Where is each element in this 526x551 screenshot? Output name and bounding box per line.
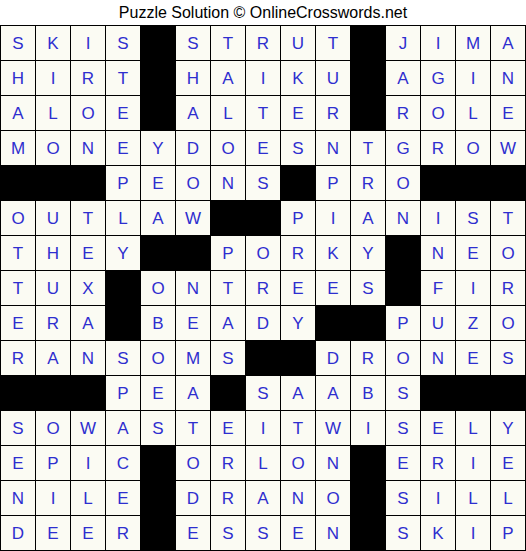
letter-cell: Y bbox=[281, 306, 315, 340]
black-cell bbox=[71, 166, 105, 200]
letter-cell: N bbox=[176, 271, 210, 305]
black-cell bbox=[491, 166, 525, 200]
black-cell bbox=[316, 306, 350, 340]
letter-cell: S bbox=[141, 411, 175, 445]
letter-cell: D bbox=[316, 341, 350, 375]
letter-cell: N bbox=[386, 201, 420, 235]
letter-cell: I bbox=[36, 61, 70, 95]
letter-cell: P bbox=[106, 166, 140, 200]
letter-cell: Y bbox=[106, 236, 140, 270]
letter-cell: E bbox=[386, 446, 420, 480]
black-cell bbox=[386, 236, 420, 270]
letter-cell: N bbox=[316, 131, 350, 165]
letter-cell: O bbox=[491, 306, 525, 340]
black-cell bbox=[246, 201, 280, 235]
letter-cell: W bbox=[316, 411, 350, 445]
letter-cell: N bbox=[281, 481, 315, 515]
letter-cell: E bbox=[176, 516, 210, 550]
letter-cell: E bbox=[491, 446, 525, 480]
letter-cell: R bbox=[351, 166, 385, 200]
black-cell bbox=[281, 166, 315, 200]
letter-cell: T bbox=[1, 236, 35, 270]
letter-cell: A bbox=[211, 61, 245, 95]
letter-cell: F bbox=[421, 271, 455, 305]
letter-cell: I bbox=[421, 481, 455, 515]
letter-cell: E bbox=[281, 271, 315, 305]
letter-cell: W bbox=[71, 411, 105, 445]
letter-cell: I bbox=[246, 61, 280, 95]
black-cell bbox=[71, 376, 105, 410]
letter-cell: L bbox=[211, 96, 245, 130]
letter-cell: D bbox=[176, 481, 210, 515]
letter-cell: P bbox=[316, 166, 350, 200]
letter-cell: S bbox=[1, 411, 35, 445]
letter-cell: A bbox=[211, 306, 245, 340]
letter-cell: E bbox=[106, 96, 140, 130]
letter-cell: S bbox=[246, 376, 280, 410]
letter-cell: L bbox=[246, 446, 280, 480]
letter-cell: A bbox=[281, 376, 315, 410]
letter-cell: T bbox=[1, 271, 35, 305]
letter-cell: R bbox=[491, 271, 525, 305]
letter-cell: R bbox=[211, 446, 245, 480]
letter-cell: H bbox=[36, 236, 70, 270]
crossword-grid: SKISSTRUTJIMAHIRTHAIKUAGINALOEALTERROLEM… bbox=[0, 25, 526, 551]
letter-cell: P bbox=[386, 306, 420, 340]
letter-cell: T bbox=[281, 411, 315, 445]
letter-cell: A bbox=[106, 411, 140, 445]
letter-cell: P bbox=[211, 236, 245, 270]
letter-cell: O bbox=[176, 166, 210, 200]
letter-cell: S bbox=[106, 26, 140, 60]
black-cell bbox=[351, 96, 385, 130]
letter-cell: K bbox=[36, 26, 70, 60]
letter-cell: U bbox=[281, 26, 315, 60]
letter-cell: K bbox=[281, 61, 315, 95]
letter-cell: L bbox=[456, 411, 490, 445]
black-cell bbox=[351, 516, 385, 550]
letter-cell: R bbox=[246, 271, 280, 305]
black-cell bbox=[1, 376, 35, 410]
letter-cell: A bbox=[386, 61, 420, 95]
letter-cell: O bbox=[36, 411, 70, 445]
letter-cell: I bbox=[456, 446, 490, 480]
letter-cell: B bbox=[351, 376, 385, 410]
letter-cell: R bbox=[421, 131, 455, 165]
letter-cell: E bbox=[456, 341, 490, 375]
letter-cell: O bbox=[491, 236, 525, 270]
letter-cell: U bbox=[316, 61, 350, 95]
letter-cell: N bbox=[421, 341, 455, 375]
letter-cell: I bbox=[456, 271, 490, 305]
black-cell bbox=[141, 61, 175, 95]
letter-cell: A bbox=[176, 376, 210, 410]
letter-cell: D bbox=[176, 131, 210, 165]
letter-cell: E bbox=[421, 411, 455, 445]
letter-cell: C bbox=[106, 446, 140, 480]
letter-cell: S bbox=[176, 26, 210, 60]
letter-cell: D bbox=[1, 516, 35, 550]
letter-cell: O bbox=[36, 131, 70, 165]
letter-cell: U bbox=[36, 201, 70, 235]
black-cell bbox=[141, 481, 175, 515]
letter-cell: T bbox=[246, 96, 280, 130]
letter-cell: A bbox=[1, 96, 35, 130]
letter-cell: R bbox=[71, 61, 105, 95]
letter-cell: S bbox=[386, 481, 420, 515]
letter-cell: L bbox=[106, 201, 140, 235]
letter-cell: O bbox=[421, 96, 455, 130]
letter-cell: I bbox=[351, 411, 385, 445]
letter-cell: I bbox=[71, 26, 105, 60]
letter-cell: N bbox=[316, 516, 350, 550]
letter-cell: E bbox=[71, 516, 105, 550]
letter-cell: Y bbox=[491, 411, 525, 445]
letter-cell: S bbox=[386, 516, 420, 550]
letter-cell: R bbox=[1, 341, 35, 375]
letter-cell: T bbox=[211, 26, 245, 60]
letter-cell: N bbox=[71, 341, 105, 375]
page-title: Puzzle Solution © OnlineCrosswords.net bbox=[0, 0, 526, 25]
letter-cell: E bbox=[71, 236, 105, 270]
letter-cell: E bbox=[176, 306, 210, 340]
letter-cell: I bbox=[421, 26, 455, 60]
letter-cell: N bbox=[1, 481, 35, 515]
letter-cell: I bbox=[421, 201, 455, 235]
black-cell bbox=[36, 166, 70, 200]
letter-cell: R bbox=[386, 96, 420, 130]
letter-cell: E bbox=[106, 481, 140, 515]
letter-cell: N bbox=[421, 236, 455, 270]
letter-cell: T bbox=[176, 411, 210, 445]
black-cell bbox=[351, 481, 385, 515]
letter-cell: O bbox=[456, 131, 490, 165]
black-cell bbox=[351, 446, 385, 480]
letter-cell: S bbox=[1, 26, 35, 60]
letter-cell: N bbox=[491, 61, 525, 95]
letter-cell: A bbox=[36, 341, 70, 375]
letter-cell: N bbox=[316, 446, 350, 480]
black-cell bbox=[421, 166, 455, 200]
letter-cell: R bbox=[351, 341, 385, 375]
black-cell bbox=[456, 166, 490, 200]
letter-cell: A bbox=[176, 96, 210, 130]
letter-cell: W bbox=[491, 131, 525, 165]
black-cell bbox=[281, 341, 315, 375]
letter-cell: O bbox=[141, 271, 175, 305]
letter-cell: I bbox=[71, 446, 105, 480]
black-cell bbox=[106, 271, 140, 305]
black-cell bbox=[456, 376, 490, 410]
letter-cell: P bbox=[36, 446, 70, 480]
letter-cell: O bbox=[316, 481, 350, 515]
letter-cell: E bbox=[106, 131, 140, 165]
letter-cell: B bbox=[141, 306, 175, 340]
letter-cell: S bbox=[211, 516, 245, 550]
letter-cell: Z bbox=[456, 306, 490, 340]
letter-cell: I bbox=[456, 61, 490, 95]
black-cell bbox=[141, 516, 175, 550]
letter-cell: A bbox=[316, 376, 350, 410]
black-cell bbox=[421, 376, 455, 410]
letter-cell: N bbox=[71, 131, 105, 165]
letter-cell: O bbox=[141, 341, 175, 375]
black-cell bbox=[141, 446, 175, 480]
letter-cell: T bbox=[316, 26, 350, 60]
letter-cell: I bbox=[456, 516, 490, 550]
letter-cell: M bbox=[1, 131, 35, 165]
letter-cell: R bbox=[421, 446, 455, 480]
letter-cell: R bbox=[246, 26, 280, 60]
black-cell bbox=[1, 166, 35, 200]
letter-cell: O bbox=[211, 131, 245, 165]
letter-cell: P bbox=[281, 201, 315, 235]
letter-cell: M bbox=[176, 341, 210, 375]
black-cell bbox=[106, 306, 140, 340]
letter-cell: L bbox=[491, 481, 525, 515]
letter-cell: L bbox=[36, 96, 70, 130]
letter-cell: O bbox=[71, 96, 105, 130]
letter-cell: O bbox=[386, 166, 420, 200]
letter-cell: E bbox=[211, 411, 245, 445]
letter-cell: O bbox=[386, 341, 420, 375]
letter-cell: T bbox=[106, 61, 140, 95]
black-cell bbox=[351, 306, 385, 340]
letter-cell: E bbox=[1, 306, 35, 340]
letter-cell: Y bbox=[141, 131, 175, 165]
letter-cell: S bbox=[386, 376, 420, 410]
letter-cell: H bbox=[176, 61, 210, 95]
letter-cell: A bbox=[491, 26, 525, 60]
letter-cell: I bbox=[246, 411, 280, 445]
letter-cell: I bbox=[36, 481, 70, 515]
letter-cell: G bbox=[386, 131, 420, 165]
letter-cell: T bbox=[71, 201, 105, 235]
letter-cell: U bbox=[36, 271, 70, 305]
black-cell bbox=[246, 341, 280, 375]
black-cell bbox=[351, 61, 385, 95]
letter-cell: S bbox=[211, 341, 245, 375]
letter-cell: S bbox=[351, 271, 385, 305]
letter-cell: E bbox=[141, 166, 175, 200]
letter-cell: R bbox=[281, 236, 315, 270]
letter-cell: M bbox=[456, 26, 490, 60]
letter-cell: A bbox=[351, 201, 385, 235]
letter-cell: E bbox=[456, 236, 490, 270]
letter-cell: S bbox=[106, 341, 140, 375]
letter-cell: U bbox=[421, 306, 455, 340]
crossword-page: Puzzle Solution © OnlineCrosswords.net S… bbox=[0, 0, 526, 551]
letter-cell: L bbox=[456, 481, 490, 515]
letter-cell: E bbox=[281, 516, 315, 550]
letter-cell: S bbox=[246, 166, 280, 200]
letter-cell: E bbox=[246, 131, 280, 165]
letter-cell: O bbox=[1, 201, 35, 235]
letter-cell: E bbox=[491, 96, 525, 130]
black-cell bbox=[141, 96, 175, 130]
letter-cell: S bbox=[246, 516, 280, 550]
letter-cell: K bbox=[316, 236, 350, 270]
letter-cell: E bbox=[36, 516, 70, 550]
black-cell bbox=[211, 201, 245, 235]
letter-cell: S bbox=[386, 411, 420, 445]
letter-cell: L bbox=[456, 96, 490, 130]
letter-cell: E bbox=[316, 271, 350, 305]
letter-cell: R bbox=[106, 516, 140, 550]
letter-cell: X bbox=[71, 271, 105, 305]
letter-cell: K bbox=[421, 516, 455, 550]
letter-cell: R bbox=[36, 306, 70, 340]
letter-cell: E bbox=[281, 96, 315, 130]
letter-cell: S bbox=[456, 201, 490, 235]
letter-cell: G bbox=[421, 61, 455, 95]
letter-cell: R bbox=[316, 96, 350, 130]
letter-cell: H bbox=[1, 61, 35, 95]
black-cell bbox=[351, 26, 385, 60]
black-cell bbox=[141, 236, 175, 270]
letter-cell: D bbox=[246, 306, 280, 340]
letter-cell: J bbox=[386, 26, 420, 60]
black-cell bbox=[176, 236, 210, 270]
black-cell bbox=[36, 376, 70, 410]
letter-cell: O bbox=[281, 446, 315, 480]
letter-cell: R bbox=[211, 481, 245, 515]
letter-cell: T bbox=[351, 131, 385, 165]
letter-cell: A bbox=[71, 306, 105, 340]
black-cell bbox=[491, 376, 525, 410]
letter-cell: T bbox=[491, 201, 525, 235]
letter-cell: E bbox=[1, 446, 35, 480]
letter-cell: E bbox=[141, 376, 175, 410]
letter-cell: A bbox=[141, 201, 175, 235]
letter-cell: L bbox=[71, 481, 105, 515]
letter-cell: N bbox=[211, 166, 245, 200]
black-cell bbox=[386, 271, 420, 305]
letter-cell: P bbox=[106, 376, 140, 410]
letter-cell: S bbox=[281, 131, 315, 165]
letter-cell: P bbox=[491, 516, 525, 550]
letter-cell: W bbox=[176, 201, 210, 235]
letter-cell: O bbox=[176, 446, 210, 480]
black-cell bbox=[211, 376, 245, 410]
letter-cell: T bbox=[211, 271, 245, 305]
letter-cell: A bbox=[246, 481, 280, 515]
letter-cell: Y bbox=[351, 236, 385, 270]
letter-cell: I bbox=[316, 201, 350, 235]
letter-cell: S bbox=[491, 341, 525, 375]
black-cell bbox=[141, 26, 175, 60]
letter-cell: O bbox=[246, 236, 280, 270]
